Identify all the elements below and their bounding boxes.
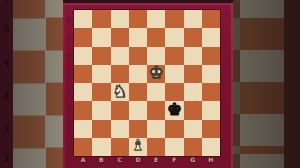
square-d7 xyxy=(129,28,147,46)
square-g7 xyxy=(184,28,202,46)
square-d5 xyxy=(129,65,147,83)
square-f3: ♚ xyxy=(165,101,183,119)
square-h8 xyxy=(202,10,220,28)
square-h1 xyxy=(202,138,220,156)
square-d4 xyxy=(129,83,147,101)
square-a1 xyxy=(74,138,92,156)
square-h6 xyxy=(202,47,220,65)
piece-white-king: ♚ xyxy=(149,64,164,81)
rank-label-8: 8 xyxy=(63,10,74,28)
background-board-right xyxy=(233,0,300,168)
square-b2 xyxy=(92,120,110,138)
square-e1 xyxy=(147,138,165,156)
square-c7 xyxy=(111,28,129,46)
rank-label-4: 4 xyxy=(63,83,74,101)
square-d3 xyxy=(129,101,147,119)
square-c4: ♞ xyxy=(111,83,129,101)
square-b6 xyxy=(92,47,110,65)
square-f7 xyxy=(165,28,183,46)
square-g8 xyxy=(184,10,202,28)
piece-black-king: ♚ xyxy=(167,101,182,118)
square-d2 xyxy=(129,120,147,138)
square-c6 xyxy=(111,47,129,65)
square-e5: ♚ xyxy=(147,65,165,83)
square-a8 xyxy=(74,10,92,28)
square-h2 xyxy=(202,120,220,138)
square-f6 xyxy=(165,47,183,65)
square-c8 xyxy=(111,10,129,28)
rank-label-5: 5 xyxy=(63,65,74,83)
square-b8 xyxy=(92,10,110,28)
square-e8 xyxy=(147,10,165,28)
background-rank-label-5: 5 xyxy=(0,60,13,70)
square-f2 xyxy=(165,120,183,138)
square-d6 xyxy=(129,47,147,65)
piece-white-knight: ♞ xyxy=(112,83,127,100)
square-d8 xyxy=(129,10,147,28)
square-e3 xyxy=(147,101,165,119)
square-c3 xyxy=(111,101,129,119)
video-frame: 765432 87654321 ABCDEFGH ♚♞♚♝ xyxy=(0,0,300,168)
square-a7 xyxy=(74,28,92,46)
square-b5 xyxy=(92,65,110,83)
board-squares: ♚♞♚♝ xyxy=(74,10,220,156)
square-g1 xyxy=(184,138,202,156)
rank-label-7: 7 xyxy=(63,28,74,46)
square-a5 xyxy=(74,65,92,83)
square-e7 xyxy=(147,28,165,46)
square-f5 xyxy=(165,65,183,83)
square-b3 xyxy=(92,101,110,119)
rank-coordinates: 87654321 xyxy=(63,10,74,156)
square-f1 xyxy=(165,138,183,156)
square-a3 xyxy=(74,101,92,119)
square-e2 xyxy=(147,120,165,138)
rank-label-6: 6 xyxy=(63,47,74,65)
square-b7 xyxy=(92,28,110,46)
square-c1 xyxy=(111,138,129,156)
square-h5 xyxy=(202,65,220,83)
square-a6 xyxy=(74,47,92,65)
piece-white-bishop: ♝ xyxy=(131,138,144,153)
square-b1 xyxy=(92,138,110,156)
background-rank-label-6: 6 xyxy=(0,25,13,35)
background-board-left: 765432 xyxy=(0,0,63,168)
background-rank-label-4: 4 xyxy=(0,92,13,102)
square-g2 xyxy=(184,120,202,138)
square-e4 xyxy=(147,83,165,101)
square-h7 xyxy=(202,28,220,46)
rank-label-1: 1 xyxy=(63,138,74,156)
square-a4 xyxy=(74,83,92,101)
square-g5 xyxy=(184,65,202,83)
background-squares-left xyxy=(13,0,63,168)
rank-label-2: 2 xyxy=(63,120,74,138)
background-squares-right xyxy=(240,0,284,168)
rank-label-3: 3 xyxy=(63,101,74,119)
background-squares-sliver xyxy=(233,0,240,168)
square-g4 xyxy=(184,83,202,101)
background-rank-label-2: 2 xyxy=(0,155,13,165)
chess-board: 87654321 ABCDEFGH ♚♞♚♝ xyxy=(63,3,233,168)
square-f8 xyxy=(165,10,183,28)
square-h3 xyxy=(202,101,220,119)
background-board-border-right xyxy=(284,0,300,168)
square-g6 xyxy=(184,47,202,65)
square-b4 xyxy=(92,83,110,101)
background-rank-label-3: 3 xyxy=(0,125,13,135)
square-h4 xyxy=(202,83,220,101)
square-d1: ♝ xyxy=(129,138,147,156)
square-a2 xyxy=(74,120,92,138)
square-c2 xyxy=(111,120,129,138)
square-g3 xyxy=(184,101,202,119)
background-rank-label-7: 7 xyxy=(0,0,13,6)
